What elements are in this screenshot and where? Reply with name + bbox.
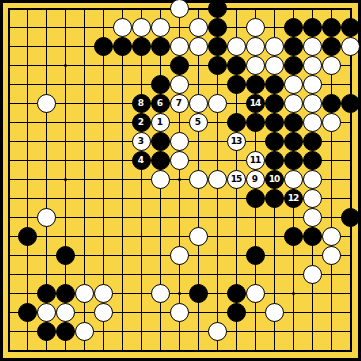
stone-white[interactable] — [246, 37, 265, 56]
star-point — [64, 64, 67, 67]
stone-white[interactable] — [322, 227, 341, 246]
stone-black[interactable] — [265, 75, 284, 94]
move-number-label: 11 — [250, 156, 261, 165]
stone-white[interactable] — [37, 94, 56, 113]
stone-black-move-4[interactable]: 4 — [132, 151, 151, 170]
stone-black[interactable] — [284, 37, 303, 56]
stone-black[interactable] — [113, 37, 132, 56]
stone-black[interactable] — [303, 151, 322, 170]
stone-white[interactable] — [170, 303, 189, 322]
move-number-label: 6 — [157, 99, 163, 108]
stone-white[interactable] — [208, 170, 227, 189]
stone-black[interactable] — [322, 94, 341, 113]
stone-black[interactable] — [94, 37, 113, 56]
stone-black[interactable] — [246, 189, 265, 208]
stone-white[interactable] — [246, 56, 265, 75]
stone-white[interactable] — [94, 303, 113, 322]
stone-white-move-15[interactable]: 15 — [227, 170, 246, 189]
stone-white-move-11[interactable]: 11 — [246, 151, 265, 170]
stone-black[interactable] — [284, 18, 303, 37]
stone-black[interactable] — [18, 303, 37, 322]
stone-black-move-12[interactable]: 12 — [284, 189, 303, 208]
stone-black[interactable] — [303, 18, 322, 37]
stone-white[interactable] — [170, 132, 189, 151]
stone-white[interactable] — [284, 94, 303, 113]
stone-white[interactable] — [37, 208, 56, 227]
stone-black[interactable] — [341, 208, 360, 227]
stone-black[interactable] — [227, 284, 246, 303]
stone-white-move-3[interactable]: 3 — [132, 132, 151, 151]
stone-black[interactable] — [227, 56, 246, 75]
move-number-label: 8 — [138, 99, 144, 108]
stone-white[interactable] — [170, 246, 189, 265]
stone-white[interactable] — [303, 113, 322, 132]
move-number-label: 1 — [157, 118, 163, 127]
stone-white[interactable] — [227, 37, 246, 56]
move-number-label: 3 — [138, 137, 144, 146]
stone-white[interactable] — [303, 265, 322, 284]
grid-line-horizontal — [8, 350, 352, 352]
move-number-label: 14 — [250, 99, 261, 108]
stone-white-move-5[interactable]: 5 — [189, 113, 208, 132]
star-point — [178, 292, 181, 295]
stone-white[interactable] — [170, 37, 189, 56]
stone-white[interactable] — [284, 75, 303, 94]
stone-black[interactable] — [265, 94, 284, 113]
stone-black[interactable] — [341, 18, 360, 37]
stone-black[interactable] — [322, 18, 341, 37]
stone-white[interactable] — [246, 284, 265, 303]
stone-white[interactable] — [322, 246, 341, 265]
stone-white[interactable] — [303, 208, 322, 227]
stone-black[interactable] — [227, 113, 246, 132]
move-number-label: 9 — [252, 175, 258, 184]
stone-white[interactable] — [170, 75, 189, 94]
stone-black-move-10[interactable]: 10 — [265, 170, 284, 189]
move-number-label: 12 — [288, 194, 299, 203]
stone-white[interactable] — [284, 170, 303, 189]
move-number-label: 2 — [138, 118, 144, 127]
stone-black[interactable] — [208, 56, 227, 75]
stone-black[interactable] — [56, 284, 75, 303]
stone-black[interactable] — [265, 132, 284, 151]
stone-white[interactable] — [189, 37, 208, 56]
stone-white[interactable] — [113, 18, 132, 37]
stone-black-move-8[interactable]: 8 — [132, 94, 151, 113]
stone-white[interactable] — [265, 56, 284, 75]
grid-line-horizontal — [8, 274, 352, 275]
stone-black[interactable] — [265, 113, 284, 132]
move-number-label: 4 — [138, 156, 144, 165]
stone-white[interactable] — [303, 37, 322, 56]
stone-white-move-1[interactable]: 1 — [151, 113, 170, 132]
stone-white-move-7[interactable]: 7 — [170, 94, 189, 113]
stone-white[interactable] — [151, 18, 170, 37]
move-number-label: 13 — [231, 137, 242, 146]
stone-black[interactable] — [151, 151, 170, 170]
stone-white[interactable] — [151, 284, 170, 303]
stone-white[interactable] — [151, 170, 170, 189]
stone-black[interactable] — [341, 94, 360, 113]
stone-black[interactable] — [265, 189, 284, 208]
stone-black-move-14[interactable]: 14 — [246, 94, 265, 113]
stone-white[interactable] — [94, 284, 113, 303]
stone-white[interactable] — [170, 0, 189, 18]
move-number-label: 15 — [231, 175, 242, 184]
move-number-label: 5 — [195, 118, 201, 127]
stone-white-move-13[interactable]: 13 — [227, 132, 246, 151]
stone-black[interactable] — [18, 227, 37, 246]
grid-line-vertical — [350, 8, 352, 351]
stone-black[interactable] — [246, 113, 265, 132]
stone-black[interactable] — [227, 303, 246, 322]
stone-white[interactable] — [265, 303, 284, 322]
go-board[interactable]: 867142153134111591012 — [0, 0, 361, 361]
stone-black[interactable] — [208, 37, 227, 56]
stone-black[interactable] — [151, 37, 170, 56]
move-number-label: 10 — [269, 175, 280, 184]
stone-white[interactable] — [189, 94, 208, 113]
stone-white[interactable] — [37, 303, 56, 322]
stone-black[interactable] — [303, 132, 322, 151]
stone-white[interactable] — [303, 75, 322, 94]
stone-white[interactable] — [56, 303, 75, 322]
stone-white[interactable] — [303, 56, 322, 75]
go-diagram: 867142153134111591012 — [0, 0, 361, 361]
stone-black[interactable] — [189, 284, 208, 303]
stone-black[interactable] — [56, 322, 75, 341]
stone-white[interactable] — [189, 170, 208, 189]
star-point — [178, 178, 181, 181]
stone-black[interactable] — [227, 75, 246, 94]
stone-white[interactable] — [322, 113, 341, 132]
stone-black[interactable] — [284, 227, 303, 246]
board-frame — [0, 0, 3, 361]
stone-black[interactable] — [208, 18, 227, 37]
stone-white[interactable] — [75, 284, 94, 303]
stone-white[interactable] — [341, 37, 360, 56]
stone-black[interactable] — [170, 56, 189, 75]
stone-black[interactable] — [265, 151, 284, 170]
stone-black[interactable] — [151, 75, 170, 94]
stone-black[interactable] — [303, 227, 322, 246]
star-point — [64, 178, 67, 181]
stone-white[interactable] — [75, 322, 94, 341]
stone-white-move-9[interactable]: 9 — [246, 170, 265, 189]
stone-black[interactable] — [284, 132, 303, 151]
stone-black[interactable] — [132, 37, 151, 56]
star-point — [292, 292, 295, 295]
stone-white[interactable] — [246, 18, 265, 37]
stone-black[interactable] — [284, 113, 303, 132]
stone-black[interactable] — [208, 0, 227, 18]
stone-white[interactable] — [208, 94, 227, 113]
stone-white[interactable] — [189, 18, 208, 37]
stone-black[interactable] — [284, 151, 303, 170]
stone-white[interactable] — [170, 151, 189, 170]
stone-black[interactable] — [56, 246, 75, 265]
stone-white[interactable] — [303, 170, 322, 189]
move-number-label: 7 — [176, 99, 182, 108]
stone-black-move-2[interactable]: 2 — [132, 113, 151, 132]
stone-white[interactable] — [208, 322, 227, 341]
stone-black[interactable] — [37, 322, 56, 341]
stone-black[interactable] — [284, 56, 303, 75]
grid-line-horizontal — [8, 217, 352, 218]
stone-black[interactable] — [246, 75, 265, 94]
stone-white[interactable] — [132, 18, 151, 37]
stone-white[interactable] — [322, 56, 341, 75]
stone-white[interactable] — [303, 94, 322, 113]
stone-black[interactable] — [322, 37, 341, 56]
stone-black[interactable] — [246, 246, 265, 265]
stone-white[interactable] — [189, 227, 208, 246]
stone-white[interactable] — [265, 37, 284, 56]
stone-black[interactable] — [37, 284, 56, 303]
stone-white[interactable] — [303, 189, 322, 208]
stone-black[interactable] — [151, 132, 170, 151]
stone-black-move-6[interactable]: 6 — [151, 94, 170, 113]
